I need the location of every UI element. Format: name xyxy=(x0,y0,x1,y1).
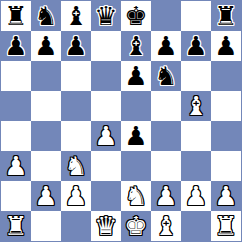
piece-black-pawn: ♟ xyxy=(184,31,207,61)
square-e8[interactable]: ♚ xyxy=(121,1,151,31)
square-f5[interactable] xyxy=(151,91,181,121)
piece-black-rook: ♜ xyxy=(214,1,237,31)
square-h7[interactable]: ♟ xyxy=(211,31,241,61)
piece-black-pawn: ♟ xyxy=(64,31,87,61)
square-d3[interactable] xyxy=(91,151,121,181)
square-b5[interactable] xyxy=(31,91,61,121)
square-a4[interactable] xyxy=(1,121,31,151)
square-c8[interactable]: ♝ xyxy=(61,1,91,31)
piece-white-pawn: ♟ xyxy=(184,181,207,211)
piece-black-pawn: ♟ xyxy=(124,61,147,91)
square-e2[interactable]: ♞ xyxy=(121,181,151,211)
square-f3[interactable] xyxy=(151,151,181,181)
square-f8[interactable] xyxy=(151,1,181,31)
square-b1[interactable] xyxy=(31,211,61,241)
square-g5[interactable]: ♝ xyxy=(181,91,211,121)
square-e1[interactable]: ♚ xyxy=(121,211,151,241)
square-e5[interactable] xyxy=(121,91,151,121)
piece-white-pawn: ♟ xyxy=(94,121,117,151)
square-h4[interactable] xyxy=(211,121,241,151)
square-a7[interactable]: ♟ xyxy=(1,31,31,61)
square-d4[interactable]: ♟ xyxy=(91,121,121,151)
piece-white-queen: ♛ xyxy=(94,211,117,241)
square-a1[interactable]: ♜ xyxy=(1,211,31,241)
square-g7[interactable]: ♟ xyxy=(181,31,211,61)
square-e6[interactable]: ♟ xyxy=(121,61,151,91)
piece-white-pawn: ♟ xyxy=(34,181,57,211)
square-f7[interactable]: ♟ xyxy=(151,31,181,61)
piece-white-pawn: ♟ xyxy=(214,181,237,211)
square-a2[interactable] xyxy=(1,181,31,211)
piece-white-pawn: ♟ xyxy=(154,181,177,211)
square-c5[interactable] xyxy=(61,91,91,121)
square-g1[interactable] xyxy=(181,211,211,241)
piece-black-rook: ♜ xyxy=(4,1,27,31)
square-d2[interactable] xyxy=(91,181,121,211)
square-a6[interactable] xyxy=(1,61,31,91)
square-h8[interactable]: ♜ xyxy=(211,1,241,31)
square-f4[interactable] xyxy=(151,121,181,151)
square-d8[interactable]: ♛ xyxy=(91,1,121,31)
piece-black-pawn: ♟ xyxy=(154,31,177,61)
piece-white-rook: ♜ xyxy=(4,211,27,241)
square-c3[interactable]: ♞ xyxy=(61,151,91,181)
piece-black-pawn: ♟ xyxy=(124,121,147,151)
square-b4[interactable] xyxy=(31,121,61,151)
square-c7[interactable]: ♟ xyxy=(61,31,91,61)
piece-black-bishop: ♝ xyxy=(64,1,87,31)
square-d6[interactable] xyxy=(91,61,121,91)
square-b8[interactable]: ♞ xyxy=(31,1,61,31)
square-g8[interactable] xyxy=(181,1,211,31)
piece-black-pawn: ♟ xyxy=(34,31,57,61)
piece-white-knight: ♞ xyxy=(124,181,147,211)
square-b3[interactable] xyxy=(31,151,61,181)
piece-white-bishop: ♝ xyxy=(154,211,177,241)
square-e3[interactable] xyxy=(121,151,151,181)
square-h1[interactable]: ♜ xyxy=(211,211,241,241)
square-c6[interactable] xyxy=(61,61,91,91)
square-g2[interactable]: ♟ xyxy=(181,181,211,211)
piece-black-pawn: ♟ xyxy=(214,31,237,61)
piece-black-bishop: ♝ xyxy=(124,31,147,61)
square-g6[interactable] xyxy=(181,61,211,91)
square-h5[interactable] xyxy=(211,91,241,121)
piece-white-pawn: ♟ xyxy=(4,151,27,181)
square-h2[interactable]: ♟ xyxy=(211,181,241,211)
square-g3[interactable] xyxy=(181,151,211,181)
square-h3[interactable] xyxy=(211,151,241,181)
piece-white-king: ♚ xyxy=(124,211,147,241)
piece-black-pawn: ♟ xyxy=(4,31,27,61)
square-e7[interactable]: ♝ xyxy=(121,31,151,61)
piece-black-knight: ♞ xyxy=(154,61,177,91)
square-b6[interactable] xyxy=(31,61,61,91)
square-f2[interactable]: ♟ xyxy=(151,181,181,211)
square-c1[interactable] xyxy=(61,211,91,241)
square-d1[interactable]: ♛ xyxy=(91,211,121,241)
piece-white-pawn: ♟ xyxy=(64,181,87,211)
square-g4[interactable] xyxy=(181,121,211,151)
square-d7[interactable] xyxy=(91,31,121,61)
square-c4[interactable] xyxy=(61,121,91,151)
square-a5[interactable] xyxy=(1,91,31,121)
square-a8[interactable]: ♜ xyxy=(1,1,31,31)
piece-black-knight: ♞ xyxy=(34,1,57,31)
square-c2[interactable]: ♟ xyxy=(61,181,91,211)
square-f6[interactable]: ♞ xyxy=(151,61,181,91)
chess-board: ♜♞♝♛♚♜♟♟♟♝♟♟♟♟♞♝♟♟♟♞♟♟♞♟♟♟♜♛♚♝♜ xyxy=(0,0,242,242)
square-f1[interactable]: ♝ xyxy=(151,211,181,241)
square-d5[interactable] xyxy=(91,91,121,121)
square-e4[interactable]: ♟ xyxy=(121,121,151,151)
piece-white-knight: ♞ xyxy=(64,151,87,181)
square-b2[interactable]: ♟ xyxy=(31,181,61,211)
square-h6[interactable] xyxy=(211,61,241,91)
piece-white-bishop: ♝ xyxy=(184,91,207,121)
piece-black-king: ♚ xyxy=(124,1,147,31)
piece-white-rook: ♜ xyxy=(214,211,237,241)
square-b7[interactable]: ♟ xyxy=(31,31,61,61)
square-a3[interactable]: ♟ xyxy=(1,151,31,181)
piece-black-queen: ♛ xyxy=(94,1,117,31)
